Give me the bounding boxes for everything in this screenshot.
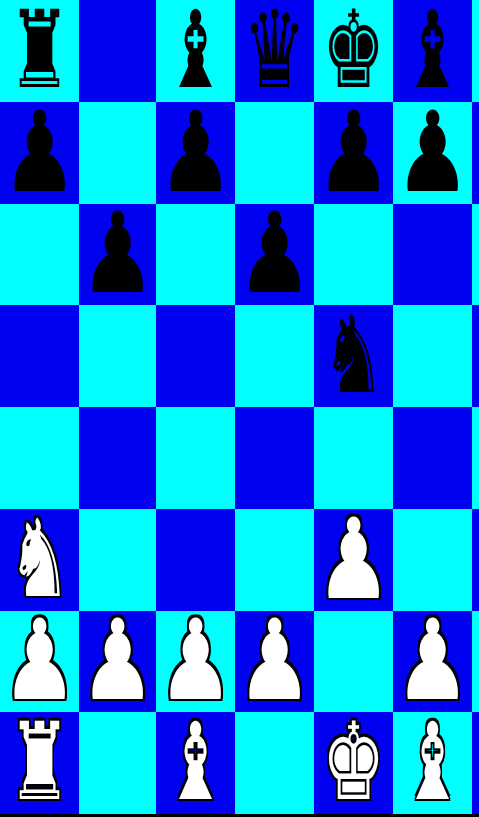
white-pawn[interactable]: ♟ xyxy=(315,502,391,614)
square-c1[interactable]: ♝ xyxy=(156,712,235,814)
square-b5[interactable] xyxy=(79,305,156,407)
square-c5[interactable] xyxy=(156,305,235,407)
square-g5[interactable]: ♛ xyxy=(472,305,479,407)
white-king[interactable]: ♚ xyxy=(322,708,385,815)
square-d5[interactable] xyxy=(235,305,314,407)
square-f6[interactable] xyxy=(393,204,472,306)
white-bishop[interactable]: ♝ xyxy=(401,708,464,815)
square-c6[interactable] xyxy=(156,204,235,306)
square-e6[interactable] xyxy=(314,204,393,306)
square-g8[interactable]: ♞ xyxy=(472,0,479,102)
square-f2[interactable]: ♟ xyxy=(393,611,472,713)
square-c4[interactable] xyxy=(156,407,235,509)
square-a1[interactable]: ♜ xyxy=(0,712,79,814)
white-rook[interactable]: ♜ xyxy=(8,708,71,815)
square-g1[interactable]: ♞ xyxy=(472,712,479,814)
black-pawn[interactable]: ♟ xyxy=(394,95,470,207)
square-d6[interactable]: ♟ xyxy=(235,204,314,306)
square-e7[interactable]: ♟ xyxy=(314,102,393,204)
square-c2[interactable]: ♟ xyxy=(156,611,235,713)
square-e5[interactable]: ♞ xyxy=(314,305,393,407)
square-a2[interactable]: ♟ xyxy=(0,611,79,713)
square-d4[interactable] xyxy=(235,407,314,509)
square-f1[interactable]: ♝ xyxy=(393,712,472,814)
square-e3[interactable]: ♟ xyxy=(314,509,393,611)
square-b2[interactable]: ♟ xyxy=(79,611,156,713)
square-f5[interactable] xyxy=(393,305,472,407)
square-g6[interactable]: ♟ xyxy=(472,204,479,306)
square-d8[interactable]: ♛ xyxy=(235,0,314,102)
square-a6[interactable] xyxy=(0,204,79,306)
chess-board: ♜♝♛♚♝♞♜♟♟♟♟♟♟♟♟♞♛♞♟♟♟♟♟♟♟♟♜♝♚♝♞♜ xyxy=(0,0,479,817)
black-pawn[interactable]: ♟ xyxy=(237,197,313,309)
square-b1[interactable] xyxy=(79,712,156,814)
black-pawn[interactable]: ♟ xyxy=(2,95,78,207)
square-e2[interactable] xyxy=(314,611,393,713)
square-b4[interactable] xyxy=(79,407,156,509)
white-pawn[interactable]: ♟ xyxy=(473,502,479,614)
square-a5[interactable] xyxy=(0,305,79,407)
square-e1[interactable]: ♚ xyxy=(314,712,393,814)
black-pawn[interactable]: ♟ xyxy=(473,197,479,309)
square-c7[interactable]: ♟ xyxy=(156,102,235,204)
chess-app-window: ♜♝♛♚♝♞♜♟♟♟♟♟♟♟♟♞♛♞♟♟♟♟♟♟♟♟♜♝♚♝♞♜ xyxy=(0,0,479,817)
square-g2[interactable] xyxy=(472,611,479,713)
square-g3[interactable]: ♟ xyxy=(472,509,479,611)
white-pawn[interactable]: ♟ xyxy=(80,604,156,716)
square-f7[interactable]: ♟ xyxy=(393,102,472,204)
black-knight[interactable]: ♞ xyxy=(322,301,385,408)
white-pawn[interactable]: ♟ xyxy=(237,604,313,716)
square-d2[interactable]: ♟ xyxy=(235,611,314,713)
square-d1[interactable] xyxy=(235,712,314,814)
black-pawn[interactable]: ♟ xyxy=(158,95,234,207)
square-f4[interactable] xyxy=(393,407,472,509)
square-b8[interactable] xyxy=(79,0,156,102)
white-bishop[interactable]: ♝ xyxy=(164,708,227,815)
black-queen[interactable]: ♛ xyxy=(243,0,306,104)
square-b6[interactable]: ♟ xyxy=(79,204,156,306)
square-a4[interactable] xyxy=(0,407,79,509)
black-pawn[interactable]: ♟ xyxy=(80,197,156,309)
black-pawn[interactable]: ♟ xyxy=(315,95,391,207)
square-a7[interactable]: ♟ xyxy=(0,102,79,204)
